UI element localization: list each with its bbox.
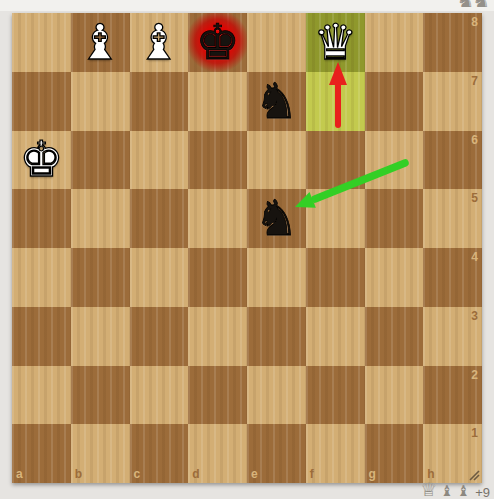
square-c3[interactable] [130, 307, 189, 366]
black-knight-icon: ♞ [456, 0, 472, 12]
rank-label-6: 6 [471, 133, 478, 147]
square-d2[interactable] [188, 366, 247, 425]
square-c2[interactable] [130, 366, 189, 425]
piece-black-knight[interactable]: ♞ [247, 72, 306, 131]
square-d7[interactable] [188, 72, 247, 131]
square-c1[interactable]: c [130, 424, 189, 483]
square-a7[interactable] [12, 72, 71, 131]
material-advantage-value: +9 [473, 486, 490, 499]
square-f1[interactable]: f [306, 424, 365, 483]
square-c5[interactable] [130, 189, 189, 248]
square-b5[interactable] [71, 189, 130, 248]
square-g2[interactable] [365, 366, 424, 425]
square-g6[interactable] [365, 131, 424, 190]
white-queen-icon: ♕ [420, 480, 437, 499]
square-b8[interactable]: ♝ [71, 13, 130, 72]
square-g1[interactable]: g [365, 424, 424, 483]
square-d8[interactable]: ♚ [188, 13, 247, 72]
rank-label-3: 3 [471, 309, 478, 323]
piece-white-bishop[interactable]: ♝ [71, 13, 130, 72]
square-h1[interactable]: h1 [423, 424, 482, 483]
piece-white-bishop[interactable]: ♝ [130, 13, 189, 72]
square-a4[interactable] [12, 248, 71, 307]
square-d6[interactable] [188, 131, 247, 190]
square-e3[interactable] [247, 307, 306, 366]
square-f6[interactable] [306, 131, 365, 190]
rank-label-1: 1 [471, 426, 478, 440]
square-a3[interactable] [12, 307, 71, 366]
file-label-a: a [16, 467, 23, 481]
square-d1[interactable]: d [188, 424, 247, 483]
square-d5[interactable] [188, 189, 247, 248]
square-a1[interactable]: a [12, 424, 71, 483]
square-h8[interactable]: 8 [423, 13, 482, 72]
square-e5[interactable]: ♞ [247, 189, 306, 248]
rank-label-8: 8 [471, 15, 478, 29]
square-f4[interactable] [306, 248, 365, 307]
piece-white-king[interactable]: ♚ [12, 131, 71, 190]
file-label-e: e [251, 467, 258, 481]
square-g3[interactable] [365, 307, 424, 366]
square-f2[interactable] [306, 366, 365, 425]
square-h7[interactable]: 7 [423, 72, 482, 131]
page-top-strip [0, 0, 494, 11]
white-bishop-icon: ♝ [440, 484, 453, 499]
square-g8[interactable] [365, 13, 424, 72]
square-c7[interactable] [130, 72, 189, 131]
rank-label-2: 2 [471, 368, 478, 382]
square-g5[interactable] [365, 189, 424, 248]
black-knight-icon: ♞ [472, 0, 488, 12]
square-b6[interactable] [71, 131, 130, 190]
square-f5[interactable] [306, 189, 365, 248]
square-h4[interactable]: 4 [423, 248, 482, 307]
square-c8[interactable]: ♝ [130, 13, 189, 72]
square-b1[interactable]: b [71, 424, 130, 483]
square-h2[interactable]: 2 [423, 366, 482, 425]
file-label-d: d [192, 467, 199, 481]
square-b4[interactable] [71, 248, 130, 307]
square-h3[interactable]: 3 [423, 307, 482, 366]
rank-label-7: 7 [471, 74, 478, 88]
square-b7[interactable] [71, 72, 130, 131]
square-f3[interactable] [306, 307, 365, 366]
square-a8[interactable] [12, 13, 71, 72]
square-e4[interactable] [247, 248, 306, 307]
chess-board[interactable]: ♝♝♚♛8♞7♚6♞5432abcdefgh1 [12, 13, 482, 483]
file-label-f: f [310, 467, 314, 481]
piece-black-king[interactable]: ♚ [188, 13, 247, 72]
square-c4[interactable] [130, 248, 189, 307]
square-e1[interactable]: e [247, 424, 306, 483]
piece-black-knight[interactable]: ♞ [247, 189, 306, 248]
square-e2[interactable] [247, 366, 306, 425]
square-f7[interactable] [306, 72, 365, 131]
square-a5[interactable] [12, 189, 71, 248]
square-d3[interactable] [188, 307, 247, 366]
rank-label-4: 4 [471, 250, 478, 264]
board-resize-handle[interactable] [468, 469, 480, 481]
square-b3[interactable] [71, 307, 130, 366]
square-a6[interactable]: ♚ [12, 131, 71, 190]
square-g7[interactable] [365, 72, 424, 131]
square-e8[interactable] [247, 13, 306, 72]
square-a2[interactable] [12, 366, 71, 425]
captured-pieces-top: ♞♞ [456, 0, 488, 10]
square-b2[interactable] [71, 366, 130, 425]
file-label-c: c [134, 467, 141, 481]
square-h5[interactable]: 5 [423, 189, 482, 248]
material-advantage: ♕ ♝ ♝ +9 [420, 483, 490, 499]
square-f8[interactable]: ♛ [306, 13, 365, 72]
white-bishop-icon: ♝ [457, 484, 470, 499]
piece-white-queen[interactable]: ♛ [306, 13, 365, 72]
square-e7[interactable]: ♞ [247, 72, 306, 131]
file-label-b: b [75, 467, 82, 481]
square-h6[interactable]: 6 [423, 131, 482, 190]
rank-label-5: 5 [471, 191, 478, 205]
square-g4[interactable] [365, 248, 424, 307]
square-d4[interactable] [188, 248, 247, 307]
square-e6[interactable] [247, 131, 306, 190]
square-c6[interactable] [130, 131, 189, 190]
file-label-g: g [369, 467, 376, 481]
